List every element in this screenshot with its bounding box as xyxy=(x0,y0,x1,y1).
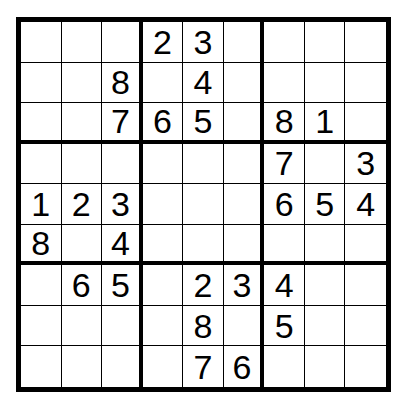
cell-r9c2-empty[interactable] xyxy=(62,346,103,387)
cell-r3c3-given-7: 7 xyxy=(102,103,143,144)
cell-r7c9-empty[interactable] xyxy=(345,265,386,306)
cell-r5c8-given-5: 5 xyxy=(305,184,346,225)
cell-r4c9-given-3: 3 xyxy=(345,144,386,185)
cell-r1c7-empty[interactable] xyxy=(264,22,305,63)
cell-r1c2-empty[interactable] xyxy=(62,22,103,63)
cell-r2c9-empty[interactable] xyxy=(345,63,386,104)
cell-r6c1-given-8: 8 xyxy=(21,225,62,266)
cell-r4c2-empty[interactable] xyxy=(62,144,103,185)
cell-r8c4-empty[interactable] xyxy=(143,306,184,347)
cell-r3c8-given-1: 1 xyxy=(305,103,346,144)
cell-r9c1-empty[interactable] xyxy=(21,346,62,387)
cell-r3c7-given-8: 8 xyxy=(264,103,305,144)
cell-r2c6-empty[interactable] xyxy=(224,63,265,104)
cell-r5c7-given-6: 6 xyxy=(264,184,305,225)
cell-r2c8-empty[interactable] xyxy=(305,63,346,104)
cell-r8c2-empty[interactable] xyxy=(62,306,103,347)
cell-r3c4-given-6: 6 xyxy=(143,103,184,144)
cell-r9c7-empty[interactable] xyxy=(264,346,305,387)
cell-r9c4-empty[interactable] xyxy=(143,346,184,387)
cell-r6c5-empty[interactable] xyxy=(183,225,224,266)
cell-r7c8-empty[interactable] xyxy=(305,265,346,306)
cell-r5c4-empty[interactable] xyxy=(143,184,184,225)
cell-r2c3-given-8: 8 xyxy=(102,63,143,104)
cell-r9c6-given-6: 6 xyxy=(224,346,265,387)
cell-r4c5-empty[interactable] xyxy=(183,144,224,185)
cell-r4c3-empty[interactable] xyxy=(102,144,143,185)
cell-r4c1-empty[interactable] xyxy=(21,144,62,185)
cell-r5c3-given-3: 3 xyxy=(102,184,143,225)
cell-r8c9-empty[interactable] xyxy=(345,306,386,347)
cell-r6c6-empty[interactable] xyxy=(224,225,265,266)
cell-r9c9-empty[interactable] xyxy=(345,346,386,387)
cell-r8c5-given-8: 8 xyxy=(183,306,224,347)
cell-r2c2-empty[interactable] xyxy=(62,63,103,104)
cell-r1c4-given-2: 2 xyxy=(143,22,184,63)
cell-r1c9-empty[interactable] xyxy=(345,22,386,63)
cell-r9c3-empty[interactable] xyxy=(102,346,143,387)
cell-r3c9-empty[interactable] xyxy=(345,103,386,144)
cell-r7c5-given-2: 2 xyxy=(183,265,224,306)
cell-r3c6-empty[interactable] xyxy=(224,103,265,144)
cell-r4c7-given-7: 7 xyxy=(264,144,305,185)
cell-r6c7-empty[interactable] xyxy=(264,225,305,266)
cell-r8c7-given-5: 5 xyxy=(264,306,305,347)
cell-r7c1-empty[interactable] xyxy=(21,265,62,306)
cell-r8c1-empty[interactable] xyxy=(21,306,62,347)
cell-r2c5-given-4: 4 xyxy=(183,63,224,104)
cell-r1c5-given-3: 3 xyxy=(183,22,224,63)
cell-r7c6-given-3: 3 xyxy=(224,265,265,306)
cell-r6c3-given-4: 4 xyxy=(102,225,143,266)
cell-r1c8-empty[interactable] xyxy=(305,22,346,63)
cell-r4c4-empty[interactable] xyxy=(143,144,184,185)
cell-r6c8-empty[interactable] xyxy=(305,225,346,266)
cell-r6c2-empty[interactable] xyxy=(62,225,103,266)
cell-r5c5-empty[interactable] xyxy=(183,184,224,225)
cell-r6c9-empty[interactable] xyxy=(345,225,386,266)
cell-r6c4-empty[interactable] xyxy=(143,225,184,266)
cell-r3c1-empty[interactable] xyxy=(21,103,62,144)
cell-r2c1-empty[interactable] xyxy=(21,63,62,104)
cell-r8c6-empty[interactable] xyxy=(224,306,265,347)
cell-r2c7-empty[interactable] xyxy=(264,63,305,104)
cell-r1c1-empty[interactable] xyxy=(21,22,62,63)
cell-r9c5-given-7: 7 xyxy=(183,346,224,387)
cell-r4c6-empty[interactable] xyxy=(224,144,265,185)
cell-r7c4-empty[interactable] xyxy=(143,265,184,306)
cell-r7c2-given-6: 6 xyxy=(62,265,103,306)
cell-r9c8-empty[interactable] xyxy=(305,346,346,387)
cell-r2c4-empty[interactable] xyxy=(143,63,184,104)
cell-r8c8-empty[interactable] xyxy=(305,306,346,347)
cell-r5c1-given-1: 1 xyxy=(21,184,62,225)
cell-r5c9-given-4: 4 xyxy=(345,184,386,225)
cell-r3c5-given-5: 5 xyxy=(183,103,224,144)
cell-r4c8-empty[interactable] xyxy=(305,144,346,185)
cell-r3c2-empty[interactable] xyxy=(62,103,103,144)
sudoku-board: 2384765817312365484652348576 xyxy=(16,17,391,392)
cell-r1c6-empty[interactable] xyxy=(224,22,265,63)
cell-r5c6-empty[interactable] xyxy=(224,184,265,225)
cell-r1c3-empty[interactable] xyxy=(102,22,143,63)
cell-r7c7-given-4: 4 xyxy=(264,265,305,306)
cell-r7c3-given-5: 5 xyxy=(102,265,143,306)
cell-r8c3-empty[interactable] xyxy=(102,306,143,347)
cell-r5c2-given-2: 2 xyxy=(62,184,103,225)
